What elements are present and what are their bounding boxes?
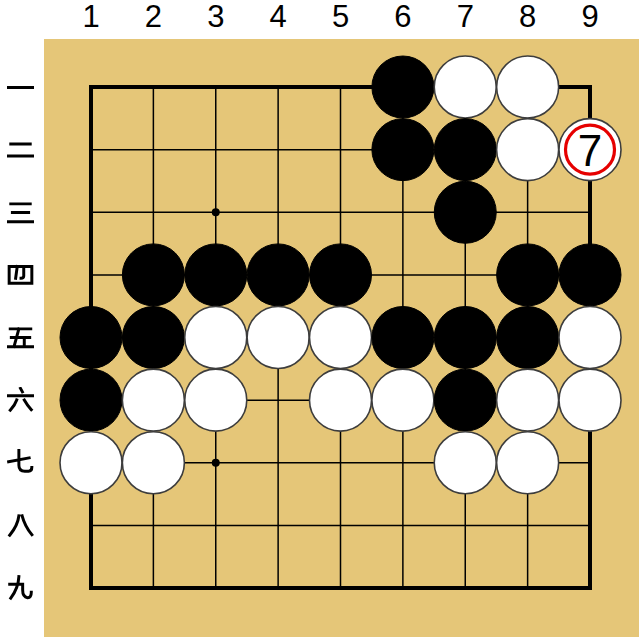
white-stone xyxy=(434,432,496,494)
go-board[interactable]: 7 xyxy=(44,39,639,637)
column-label: 1 xyxy=(74,0,108,33)
white-stone xyxy=(559,369,621,431)
black-stone xyxy=(434,181,496,243)
star-point xyxy=(212,208,220,216)
black-stone xyxy=(122,244,184,306)
column-label: 7 xyxy=(448,0,482,33)
column-label: 4 xyxy=(261,0,295,33)
row-label xyxy=(7,512,34,539)
board-grid: 7 xyxy=(44,39,639,637)
row-label-kanji-icon xyxy=(7,324,34,351)
white-stone xyxy=(497,432,559,494)
row-label-kanji-icon xyxy=(7,387,34,414)
white-stone xyxy=(310,369,372,431)
white-stone xyxy=(185,369,247,431)
star-point xyxy=(212,459,220,467)
column-label: 8 xyxy=(511,0,545,33)
row-label xyxy=(7,449,34,476)
black-stone xyxy=(372,56,434,118)
white-stone xyxy=(372,369,434,431)
white-stone xyxy=(497,369,559,431)
row-label xyxy=(7,74,34,101)
column-label: 2 xyxy=(136,0,170,33)
black-stone xyxy=(497,244,559,306)
black-stone xyxy=(60,369,122,431)
black-stone xyxy=(185,244,247,306)
black-stone xyxy=(434,307,496,369)
diagram-page: 7 123456789 xyxy=(0,0,639,637)
row-label-kanji-icon xyxy=(7,449,34,476)
column-label: 5 xyxy=(324,0,358,33)
white-stone xyxy=(247,307,309,369)
move-number-label: 7 xyxy=(578,126,602,175)
black-stone xyxy=(372,119,434,181)
white-stone xyxy=(497,119,559,181)
row-label-kanji-icon xyxy=(7,261,34,288)
white-stone xyxy=(122,432,184,494)
column-label: 6 xyxy=(386,0,420,33)
white-stone xyxy=(497,56,559,118)
white-stone xyxy=(122,369,184,431)
black-stone xyxy=(60,307,122,369)
black-stone xyxy=(434,369,496,431)
black-stone xyxy=(372,307,434,369)
column-label: 9 xyxy=(573,0,607,33)
row-label-kanji-icon xyxy=(7,575,34,602)
black-stone xyxy=(247,244,309,306)
white-stone xyxy=(185,307,247,369)
row-label xyxy=(7,261,34,288)
black-stone xyxy=(434,119,496,181)
black-stone xyxy=(122,307,184,369)
white-stone xyxy=(559,307,621,369)
black-stone xyxy=(310,244,372,306)
row-label-kanji-icon xyxy=(7,74,34,101)
row-label-kanji-icon xyxy=(7,136,34,163)
row-label xyxy=(7,324,34,351)
row-label xyxy=(7,575,34,602)
black-stone xyxy=(497,307,559,369)
black-stone xyxy=(559,244,621,306)
row-label xyxy=(7,199,34,226)
white-stone xyxy=(60,432,122,494)
row-label xyxy=(7,136,34,163)
white-stone xyxy=(310,307,372,369)
column-label: 3 xyxy=(199,0,233,33)
row-label-kanji-icon xyxy=(7,512,34,539)
row-label xyxy=(7,387,34,414)
white-stone xyxy=(434,56,496,118)
row-label-kanji-icon xyxy=(7,199,34,226)
